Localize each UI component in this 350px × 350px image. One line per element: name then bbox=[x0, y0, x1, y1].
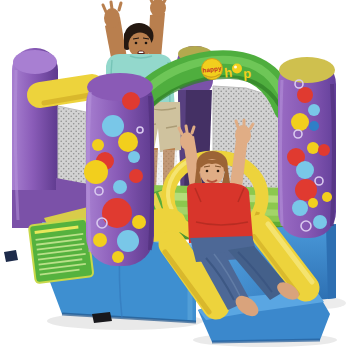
product-photo: happy h p bbox=[0, 0, 350, 350]
anchor-tab-left bbox=[4, 250, 18, 262]
mesh-panel-left bbox=[58, 106, 86, 186]
rear-left-pillar bbox=[12, 48, 58, 228]
front-left-pillar bbox=[84, 73, 154, 266]
logo-text-p: p bbox=[243, 66, 252, 82]
front-right-pillar bbox=[278, 57, 336, 238]
logo-text-h: h bbox=[223, 65, 233, 81]
bounce-house-illustration: happy h p bbox=[0, 0, 350, 350]
logo-dot-icon bbox=[232, 64, 242, 74]
instruction-label bbox=[29, 219, 94, 284]
